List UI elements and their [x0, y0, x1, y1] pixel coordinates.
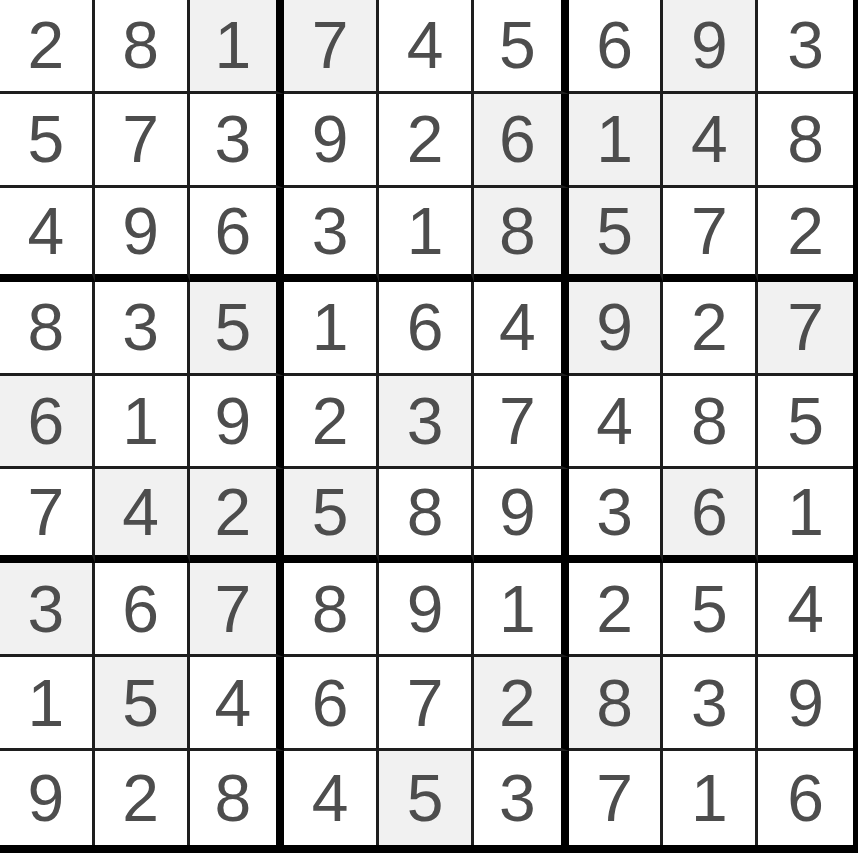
digit: 5 — [215, 294, 252, 360]
cell-r9c8[interactable]: 1 — [663, 751, 758, 845]
digit: 4 — [787, 576, 824, 642]
digit: 6 — [691, 479, 728, 545]
digit: 7 — [787, 294, 824, 360]
digit: 3 — [499, 765, 536, 831]
cell-r7c1[interactable]: 3 — [0, 563, 95, 657]
cell-r5c7[interactable]: 4 — [569, 376, 664, 470]
digit: 6 — [122, 576, 159, 642]
cell-r3c4[interactable]: 3 — [284, 188, 379, 282]
digit: 3 — [122, 294, 159, 360]
cell-r9c4[interactable]: 4 — [284, 751, 379, 845]
cell-r5c3[interactable]: 9 — [190, 376, 285, 470]
digit: 3 — [215, 106, 252, 172]
cell-r6c3[interactable]: 2 — [190, 469, 285, 563]
cell-r5c2[interactable]: 1 — [95, 376, 190, 470]
digit: 7 — [312, 12, 349, 78]
digit: 8 — [691, 388, 728, 454]
digit: 3 — [407, 388, 444, 454]
cell-r5c8[interactable]: 8 — [663, 376, 758, 470]
digit: 9 — [122, 198, 159, 264]
digit: 7 — [122, 106, 159, 172]
digit: 1 — [312, 294, 349, 360]
digit: 4 — [596, 388, 633, 454]
digit: 6 — [499, 106, 536, 172]
cell-r2c2[interactable]: 7 — [95, 94, 190, 188]
digit: 8 — [596, 670, 633, 736]
digit: 2 — [691, 294, 728, 360]
cell-r2c7[interactable]: 1 — [569, 94, 664, 188]
cell-r2c4[interactable]: 9 — [284, 94, 379, 188]
digit: 8 — [312, 576, 349, 642]
digit: 2 — [499, 670, 536, 736]
cell-r1c1[interactable]: 2 — [0, 0, 95, 94]
cell-r3c8[interactable]: 7 — [663, 188, 758, 282]
cell-r8c5[interactable]: 7 — [379, 657, 474, 751]
digit: 7 — [499, 388, 536, 454]
digit: 1 — [691, 765, 728, 831]
digit: 1 — [499, 576, 536, 642]
digit: 4 — [691, 106, 728, 172]
cell-r7c5[interactable]: 9 — [379, 563, 474, 657]
digit: 3 — [312, 198, 349, 264]
cell-r7c9[interactable]: 4 — [758, 563, 853, 657]
cell-r8c6[interactable]: 2 — [474, 657, 569, 751]
digit: 1 — [596, 106, 633, 172]
cell-r1c5[interactable]: 4 — [379, 0, 474, 94]
digit: 5 — [787, 388, 824, 454]
digit: 4 — [499, 294, 536, 360]
cell-r8c8[interactable]: 3 — [663, 657, 758, 751]
cell-r2c1[interactable]: 5 — [0, 94, 95, 188]
digit: 7 — [691, 198, 728, 264]
cell-r4c1[interactable]: 8 — [0, 282, 95, 376]
digit: 6 — [312, 670, 349, 736]
cell-r1c8[interactable]: 9 — [663, 0, 758, 94]
sudoku-board: 2817456935739261484963185728351649276192… — [0, 0, 858, 853]
cell-r4c5[interactable]: 6 — [379, 282, 474, 376]
digit: 9 — [312, 106, 349, 172]
cell-r4c6[interactable]: 4 — [474, 282, 569, 376]
cell-r1c3[interactable]: 1 — [190, 0, 285, 94]
digit: 4 — [407, 12, 444, 78]
cell-r3c1[interactable]: 4 — [0, 188, 95, 282]
cell-r5c4[interactable]: 2 — [284, 376, 379, 470]
cell-r3c3[interactable]: 6 — [190, 188, 285, 282]
cell-r7c8[interactable]: 5 — [663, 563, 758, 657]
digit: 2 — [122, 765, 159, 831]
cell-r9c3[interactable]: 8 — [190, 751, 285, 845]
cell-r2c6[interactable]: 6 — [474, 94, 569, 188]
digit: 8 — [28, 294, 65, 360]
digit: 7 — [215, 576, 252, 642]
digit: 1 — [407, 198, 444, 264]
cell-r3c7[interactable]: 5 — [569, 188, 664, 282]
digit: 9 — [28, 765, 65, 831]
cell-r8c1[interactable]: 1 — [0, 657, 95, 751]
cell-r7c3[interactable]: 7 — [190, 563, 285, 657]
digit: 2 — [787, 198, 824, 264]
cell-r4c2[interactable]: 3 — [95, 282, 190, 376]
digit: 5 — [499, 12, 536, 78]
cell-r5c1[interactable]: 6 — [0, 376, 95, 470]
cell-r3c5[interactable]: 1 — [379, 188, 474, 282]
cell-r9c1[interactable]: 9 — [0, 751, 95, 845]
cell-r9c5[interactable]: 5 — [379, 751, 474, 845]
cell-r2c3[interactable]: 3 — [190, 94, 285, 188]
digit: 5 — [312, 479, 349, 545]
cell-r8c3[interactable]: 4 — [190, 657, 285, 751]
digit: 2 — [407, 106, 444, 172]
cell-r2c8[interactable]: 4 — [663, 94, 758, 188]
digit: 4 — [28, 198, 65, 264]
cell-r8c2[interactable]: 5 — [95, 657, 190, 751]
cell-r1c4[interactable]: 7 — [284, 0, 379, 94]
digit: 8 — [407, 479, 444, 545]
digit: 9 — [499, 479, 536, 545]
digit: 8 — [499, 198, 536, 264]
cell-r5c9[interactable]: 5 — [758, 376, 853, 470]
digit: 2 — [28, 12, 65, 78]
digit: 3 — [28, 576, 65, 642]
cell-r7c4[interactable]: 8 — [284, 563, 379, 657]
cell-r6c7[interactable]: 3 — [569, 469, 664, 563]
cell-r4c4[interactable]: 1 — [284, 282, 379, 376]
digit: 1 — [122, 388, 159, 454]
digit: 6 — [787, 765, 824, 831]
cell-r6c8[interactable]: 6 — [663, 469, 758, 563]
digit: 2 — [215, 479, 252, 545]
cell-r3c9[interactable]: 2 — [758, 188, 853, 282]
digit: 3 — [691, 670, 728, 736]
cell-r6c6[interactable]: 9 — [474, 469, 569, 563]
cell-r6c1[interactable]: 7 — [0, 469, 95, 563]
cell-r9c6[interactable]: 3 — [474, 751, 569, 845]
digit: 5 — [407, 765, 444, 831]
digit: 4 — [312, 765, 349, 831]
cell-r6c5[interactable]: 8 — [379, 469, 474, 563]
cell-r4c7[interactable]: 9 — [569, 282, 664, 376]
cell-r7c6[interactable]: 1 — [474, 563, 569, 657]
digit: 8 — [122, 12, 159, 78]
digit: 1 — [787, 479, 824, 545]
digit: 7 — [28, 479, 65, 545]
cell-r4c3[interactable]: 5 — [190, 282, 285, 376]
digit: 9 — [787, 670, 824, 736]
cell-r1c7[interactable]: 6 — [569, 0, 664, 94]
cell-r1c2[interactable]: 8 — [95, 0, 190, 94]
cell-r1c6[interactable]: 5 — [474, 0, 569, 94]
digit: 4 — [122, 479, 159, 545]
cell-r8c9[interactable]: 9 — [758, 657, 853, 751]
cell-r3c6[interactable]: 8 — [474, 188, 569, 282]
digit: 6 — [407, 294, 444, 360]
digit: 3 — [787, 12, 824, 78]
digit: 2 — [312, 388, 349, 454]
digit: 9 — [691, 12, 728, 78]
digit: 5 — [28, 106, 65, 172]
digit: 5 — [596, 198, 633, 264]
digit: 5 — [691, 576, 728, 642]
digit: 1 — [215, 12, 252, 78]
cell-r7c2[interactable]: 6 — [95, 563, 190, 657]
digit: 3 — [596, 479, 633, 545]
cell-r9c2[interactable]: 2 — [95, 751, 190, 845]
cell-r5c6[interactable]: 7 — [474, 376, 569, 470]
digit: 8 — [215, 765, 252, 831]
digit: 4 — [215, 670, 252, 736]
digit: 5 — [122, 670, 159, 736]
digit: 9 — [596, 294, 633, 360]
digit: 8 — [787, 106, 824, 172]
digit: 7 — [407, 670, 444, 736]
cell-r3c2[interactable]: 9 — [95, 188, 190, 282]
cell-r4c9[interactable]: 7 — [758, 282, 853, 376]
digit: 9 — [407, 576, 444, 642]
cell-r6c9[interactable]: 1 — [758, 469, 853, 563]
cell-r5c5[interactable]: 3 — [379, 376, 474, 470]
digit: 6 — [596, 12, 633, 78]
cell-r1c9[interactable]: 3 — [758, 0, 853, 94]
digit: 7 — [596, 765, 633, 831]
digit: 1 — [28, 670, 65, 736]
cell-r2c9[interactable]: 8 — [758, 94, 853, 188]
cell-r4c8[interactable]: 2 — [663, 282, 758, 376]
digit: 6 — [215, 198, 252, 264]
digit: 6 — [28, 388, 65, 454]
cell-r8c4[interactable]: 6 — [284, 657, 379, 751]
cell-r2c5[interactable]: 2 — [379, 94, 474, 188]
digit: 9 — [215, 388, 252, 454]
cell-r9c9[interactable]: 6 — [758, 751, 853, 845]
cell-r6c2[interactable]: 4 — [95, 469, 190, 563]
cell-r8c7[interactable]: 8 — [569, 657, 664, 751]
cell-r7c7[interactable]: 2 — [569, 563, 664, 657]
cell-r9c7[interactable]: 7 — [569, 751, 664, 845]
digit: 2 — [596, 576, 633, 642]
cell-r6c4[interactable]: 5 — [284, 469, 379, 563]
